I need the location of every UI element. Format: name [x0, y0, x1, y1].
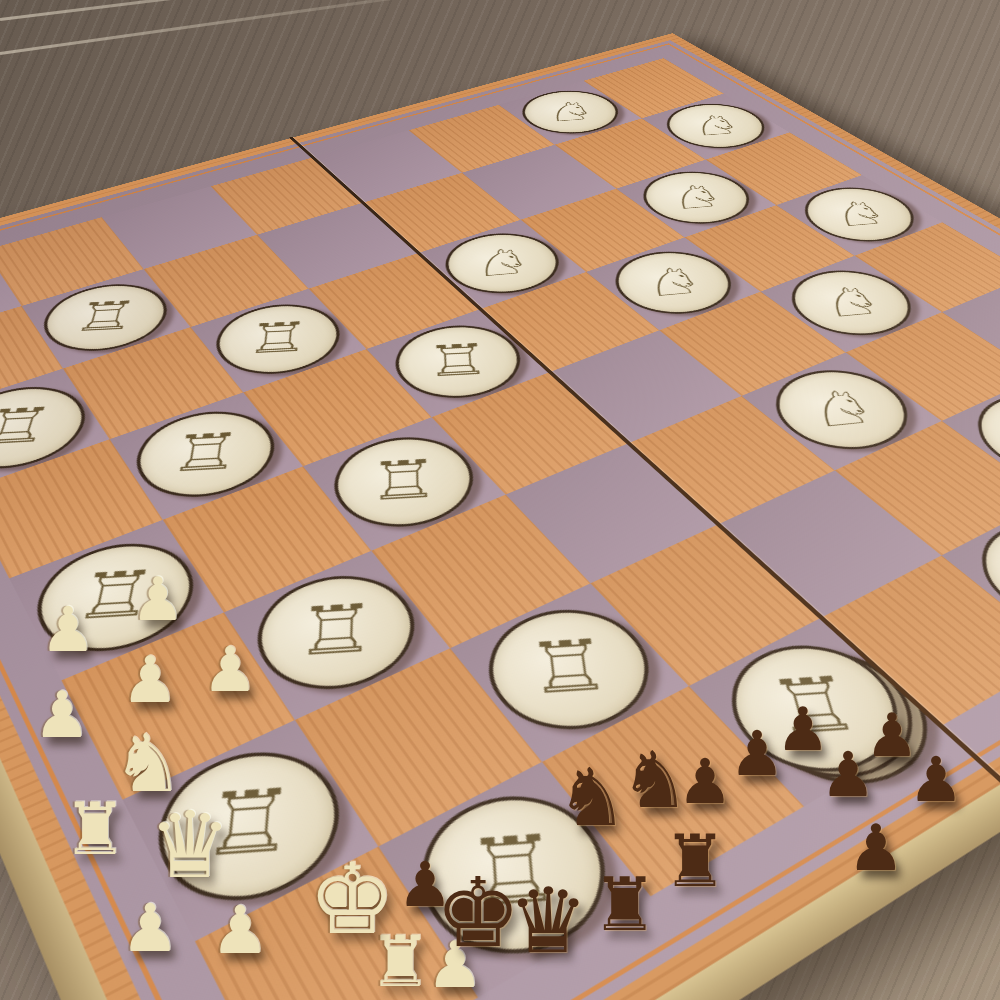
knight-engraving-icon: ♘ [662, 180, 731, 215]
knight-engraving-icon: ♘ [468, 243, 536, 283]
light-pawn[interactable]: ♟ [131, 569, 185, 629]
light-pawn[interactable]: ♟ [33, 683, 90, 747]
dark-pawn[interactable]: ♟ [677, 751, 733, 813]
photo-scene: ♘♖♘♖♖♘♘♖♖♘♘♖♖♘♖♘♖♖♘♖♖♖♖♘ ♟♟♟♟♟♞♜♛♟♟♜♟♚ ♞… [0, 0, 1000, 1000]
dark-pawn[interactable]: ♟ [908, 749, 964, 811]
knight-engraving-icon: ♘ [636, 261, 710, 302]
dark-knight[interactable]: ♞ [556, 758, 628, 838]
light-pawn[interactable]: ♟ [121, 648, 178, 712]
table-plank-seam [0, 0, 457, 21]
light-pawn[interactable]: ♟ [120, 896, 179, 962]
rook-engraving-icon: ♖ [164, 426, 244, 480]
rook-engraving-icon: ♖ [424, 338, 492, 384]
dark-pawn[interactable]: ♟ [847, 816, 904, 880]
rook-engraving-icon: ♖ [292, 595, 377, 666]
light-pawn[interactable]: ♟ [40, 599, 96, 661]
light-queen[interactable]: ♛ [149, 800, 231, 892]
light-rook[interactable]: ♜ [63, 793, 128, 865]
knight-engraving-icon: ♘ [683, 111, 747, 140]
light-king[interactable]: ♚ [308, 850, 396, 948]
knight-engraving-icon: ♘ [810, 281, 892, 324]
rook-engraving-icon: ♖ [67, 296, 142, 338]
light-pawn[interactable]: ♟ [210, 898, 269, 964]
rook-engraving-icon: ♖ [0, 401, 59, 452]
dark-rook[interactable]: ♜ [663, 825, 728, 897]
rook-engraving-icon: ♖ [522, 630, 615, 705]
knight-engraving-icon: ♘ [540, 98, 599, 126]
table-plank-seam [0, 0, 396, 55]
light-pawn[interactable]: ♟ [202, 639, 258, 701]
rook-engraving-icon: ♖ [242, 317, 311, 361]
knight-engraving-icon: ♘ [822, 196, 897, 232]
dark-rook[interactable]: ♜ [592, 867, 658, 941]
rook-engraving-icon: ♖ [366, 453, 441, 509]
knight-engraving-icon: ♘ [997, 407, 1000, 462]
knight-engraving-icon: ♘ [796, 383, 886, 435]
dark-queen[interactable]: ♛ [508, 876, 589, 966]
